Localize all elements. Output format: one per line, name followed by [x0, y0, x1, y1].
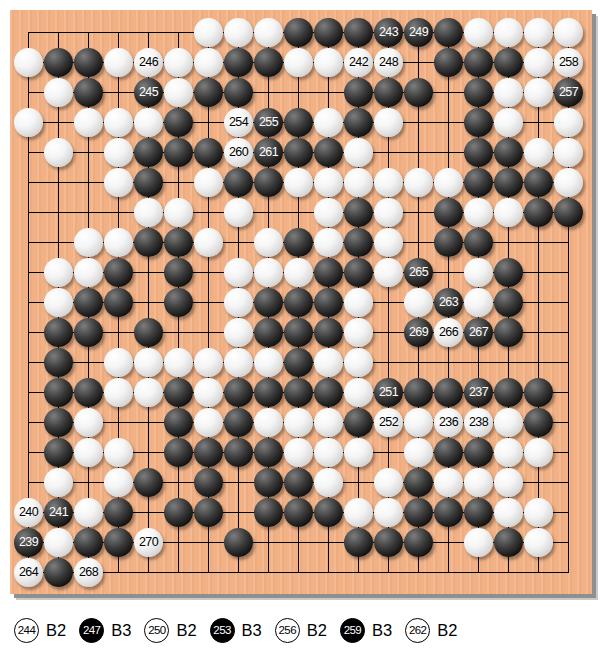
- stone-black: [224, 168, 253, 197]
- stone-black: [314, 498, 343, 527]
- stone-white: [254, 258, 283, 287]
- stone-white: [344, 318, 373, 347]
- caption-stone-black: 259: [340, 618, 365, 643]
- stone-black: [314, 288, 343, 317]
- stone-black: [404, 78, 433, 107]
- move-number: 246: [139, 56, 158, 69]
- stone-white: [194, 348, 223, 377]
- stone-white: [494, 198, 523, 227]
- stone-black: [164, 498, 193, 527]
- stone-white: [314, 108, 343, 137]
- move-number: 240: [19, 506, 38, 519]
- stone-white: [44, 138, 73, 167]
- move-number: 245: [139, 86, 158, 99]
- stone-white: [194, 168, 223, 197]
- stone-white: [74, 228, 103, 257]
- stone-black: 251: [374, 378, 403, 407]
- caption-coordinate-label: B3: [242, 621, 262, 640]
- stone-black: [134, 168, 163, 197]
- caption-coordinate-label: B2: [46, 621, 66, 640]
- stone-black: [44, 558, 73, 587]
- stone-white: [464, 198, 493, 227]
- stone-white: [14, 108, 43, 137]
- stone-black: [314, 138, 343, 167]
- stone-black: [494, 138, 523, 167]
- stone-black: [464, 498, 493, 527]
- stone-white: [374, 108, 403, 137]
- stone-white: [254, 18, 283, 47]
- stone-black: [284, 288, 313, 317]
- stone-white: [14, 48, 43, 77]
- stone-black: [44, 408, 73, 437]
- move-caption: 244B2247B3250B2253B3256B2259B3262B2: [14, 612, 470, 648]
- stone-black: 239: [14, 528, 43, 557]
- stone-white: [104, 348, 133, 377]
- stone-black: [344, 198, 373, 227]
- move-number: 257: [559, 86, 578, 99]
- stone-black: [104, 288, 133, 317]
- move-number: 258: [559, 56, 578, 69]
- stone-black: [224, 528, 253, 557]
- stone-white: [494, 18, 523, 47]
- stone-white: [44, 78, 73, 107]
- stone-white: [464, 468, 493, 497]
- grid-line-vertical: [538, 32, 539, 573]
- stone-white: [464, 528, 493, 557]
- stone-black: [74, 288, 103, 317]
- stone-white: [104, 228, 133, 257]
- stone-black: [254, 288, 283, 317]
- stone-black: [524, 198, 553, 227]
- move-number: 238: [469, 416, 488, 429]
- stone-white: 240: [14, 498, 43, 527]
- stone-white: [494, 78, 523, 107]
- stone-black: [254, 438, 283, 467]
- stone-white: [314, 48, 343, 77]
- stone-black: [434, 228, 463, 257]
- move-number: 267: [469, 326, 488, 339]
- stone-black: [314, 18, 343, 47]
- stone-white: [134, 108, 163, 137]
- stone-black: [524, 378, 553, 407]
- stone-black: [164, 378, 193, 407]
- stone-white: [374, 228, 403, 257]
- stone-black: [224, 438, 253, 467]
- stone-white: [374, 258, 403, 287]
- stone-black: [464, 438, 493, 467]
- caption-coordinate-label: B2: [437, 621, 457, 640]
- move-number: 249: [409, 26, 428, 39]
- stone-black: [314, 318, 343, 347]
- move-number: 265: [409, 266, 428, 279]
- stone-white: [44, 528, 73, 557]
- stone-black: [434, 378, 463, 407]
- stone-white: 242: [344, 48, 373, 77]
- stone-white: [524, 498, 553, 527]
- move-number: 242: [349, 56, 368, 69]
- stone-white: [224, 318, 253, 347]
- stone-white: [434, 468, 463, 497]
- stone-black: [164, 108, 193, 137]
- stone-white: [254, 408, 283, 437]
- caption-move-item: 262B2: [405, 618, 457, 643]
- stone-black: [344, 528, 373, 557]
- stone-black: [494, 168, 523, 197]
- stone-black: [44, 438, 73, 467]
- stone-white: 260: [224, 138, 253, 167]
- stone-white: [44, 288, 73, 317]
- move-number: 255: [259, 116, 278, 129]
- stone-white: [494, 468, 523, 497]
- stone-black: [254, 48, 283, 77]
- stone-white: [224, 18, 253, 47]
- stone-white: [314, 408, 343, 437]
- move-number: 269: [409, 326, 428, 339]
- stone-white: [494, 408, 523, 437]
- stone-white: [314, 348, 343, 377]
- stone-black: [494, 288, 523, 317]
- stone-black: [224, 78, 253, 107]
- stone-white: [224, 258, 253, 287]
- stone-white: [494, 108, 523, 137]
- stone-white: [344, 438, 373, 467]
- stone-black: [134, 468, 163, 497]
- caption-stone-white: 262: [405, 618, 430, 643]
- stone-black: [194, 78, 223, 107]
- stone-black: [494, 48, 523, 77]
- move-number: 243: [379, 26, 398, 39]
- stone-black: [284, 498, 313, 527]
- stone-black: [524, 408, 553, 437]
- stone-white: [314, 228, 343, 257]
- stone-black: [284, 18, 313, 47]
- stone-black: [104, 498, 133, 527]
- stone-white: [434, 168, 463, 197]
- stone-white: 252: [374, 408, 403, 437]
- stone-black: [224, 378, 253, 407]
- caption-move-item: 250B2: [144, 618, 196, 643]
- stone-black: 269: [404, 318, 433, 347]
- move-number: 264: [19, 566, 38, 579]
- stone-black: [134, 228, 163, 257]
- stone-white: 236: [434, 408, 463, 437]
- stone-white: 268: [74, 558, 103, 587]
- move-number: 252: [379, 416, 398, 429]
- stone-black: [554, 198, 583, 227]
- stone-black: [194, 138, 223, 167]
- caption-stone-white: 250: [144, 618, 169, 643]
- stone-black: [224, 48, 253, 77]
- stone-black: [74, 528, 103, 557]
- stone-black: [464, 228, 493, 257]
- stone-black: [224, 408, 253, 437]
- stone-black: [494, 258, 523, 287]
- stone-white: [134, 348, 163, 377]
- stone-black: [134, 318, 163, 347]
- stone-white: [464, 258, 493, 287]
- stone-white: [254, 348, 283, 377]
- stone-black: [194, 498, 223, 527]
- stone-black: [44, 348, 73, 377]
- stone-black: [434, 18, 463, 47]
- stone-black: [314, 258, 343, 287]
- stone-white: [344, 498, 373, 527]
- stone-black: [494, 318, 523, 347]
- stone-black: [434, 438, 463, 467]
- stone-black: [344, 18, 373, 47]
- stone-white: [74, 498, 103, 527]
- caption-stone-white: 256: [275, 618, 300, 643]
- stone-black: [374, 78, 403, 107]
- stone-white: [224, 348, 253, 377]
- stone-white: [254, 228, 283, 257]
- stone-white: [104, 438, 133, 467]
- stone-black: [284, 228, 313, 257]
- stone-white: 254: [224, 108, 253, 137]
- stone-black: 245: [134, 78, 163, 107]
- stone-black: 241: [44, 498, 73, 527]
- stone-white: [104, 378, 133, 407]
- stone-black: [464, 78, 493, 107]
- move-number: 236: [439, 416, 458, 429]
- stone-black: [284, 138, 313, 167]
- stone-white: [194, 228, 223, 257]
- grid-line-horizontal: [28, 572, 569, 573]
- stone-white: [284, 258, 313, 287]
- caption-move-item: 247B3: [79, 618, 131, 643]
- caption-move-item: 244B2: [14, 618, 66, 643]
- stone-black: [344, 78, 373, 107]
- stone-white: [104, 138, 133, 167]
- stone-white: [494, 438, 523, 467]
- stone-white: [374, 198, 403, 227]
- stone-black: [404, 468, 433, 497]
- move-number: 260: [229, 146, 248, 159]
- stone-black: [194, 468, 223, 497]
- stone-black: [164, 438, 193, 467]
- stone-black: [314, 378, 343, 407]
- stone-white: [374, 498, 403, 527]
- stone-black: 263: [434, 288, 463, 317]
- stone-white: [554, 168, 583, 197]
- caption-stone-black: 253: [210, 618, 235, 643]
- stone-white: [314, 468, 343, 497]
- stone-white: [194, 378, 223, 407]
- stone-white: [344, 168, 373, 197]
- move-number: 241: [49, 506, 68, 519]
- stone-white: [284, 168, 313, 197]
- move-number: 270: [139, 536, 158, 549]
- stone-white: [554, 18, 583, 47]
- stone-black: [74, 48, 103, 77]
- stone-white: [314, 168, 343, 197]
- stone-black: [44, 378, 73, 407]
- stone-white: [374, 168, 403, 197]
- stone-black: [434, 198, 463, 227]
- stone-white: [74, 408, 103, 437]
- stone-white: [44, 258, 73, 287]
- stone-white: [224, 198, 253, 227]
- stone-white: [554, 138, 583, 167]
- stone-white: [104, 108, 133, 137]
- stone-black: [164, 258, 193, 287]
- stone-black: 257: [554, 78, 583, 107]
- stone-white: 270: [134, 528, 163, 557]
- stone-black: [284, 348, 313, 377]
- stone-white: [524, 528, 553, 557]
- stone-white: [524, 78, 553, 107]
- move-number: 266: [439, 326, 458, 339]
- stone-black: 255: [254, 108, 283, 137]
- caption-stone-white: 244: [14, 618, 39, 643]
- stone-black: [164, 138, 193, 167]
- stone-black: [104, 528, 133, 557]
- stone-white: [104, 168, 133, 197]
- stone-white: [194, 408, 223, 437]
- stone-black: 249: [404, 18, 433, 47]
- stone-white: [164, 78, 193, 107]
- stone-black: [284, 318, 313, 347]
- stone-black: [464, 138, 493, 167]
- move-number: 237: [469, 386, 488, 399]
- stone-black: [254, 468, 283, 497]
- stone-white: [164, 348, 193, 377]
- stone-black: [344, 408, 373, 437]
- stone-white: [164, 198, 193, 227]
- stone-white: [74, 438, 103, 467]
- stone-black: [284, 378, 313, 407]
- stone-white: [194, 18, 223, 47]
- stone-black: 243: [374, 18, 403, 47]
- caption-coordinate-label: B2: [307, 621, 327, 640]
- stone-black: [344, 108, 373, 137]
- stone-white: [314, 198, 343, 227]
- stone-white: [404, 408, 433, 437]
- stone-black: [464, 108, 493, 137]
- stone-white: [284, 48, 313, 77]
- caption-coordinate-label: B3: [111, 621, 131, 640]
- move-number: 248: [379, 56, 398, 69]
- stone-white: [464, 288, 493, 317]
- stone-white: [104, 48, 133, 77]
- stone-white: [104, 468, 133, 497]
- stone-black: [254, 168, 283, 197]
- stone-black: [284, 108, 313, 137]
- stone-white: [344, 138, 373, 167]
- stone-black: 265: [404, 258, 433, 287]
- stone-white: 258: [554, 48, 583, 77]
- stone-black: [374, 528, 403, 557]
- stone-black: [134, 138, 163, 167]
- stone-white: [524, 18, 553, 47]
- stone-black: [74, 318, 103, 347]
- stone-black: [254, 498, 283, 527]
- stone-white: [164, 48, 193, 77]
- stone-white: 248: [374, 48, 403, 77]
- stone-black: [464, 168, 493, 197]
- stone-black: [254, 318, 283, 347]
- stone-white: [44, 468, 73, 497]
- stone-black: [404, 498, 433, 527]
- caption-move-item: 253B3: [210, 618, 262, 643]
- stone-white: [554, 108, 583, 137]
- stone-black: 261: [254, 138, 283, 167]
- stone-white: [524, 48, 553, 77]
- stone-black: [194, 438, 223, 467]
- stone-black: [464, 48, 493, 77]
- stone-white: [74, 108, 103, 137]
- stone-white: [524, 438, 553, 467]
- move-number: 254: [229, 116, 248, 129]
- stone-black: [44, 318, 73, 347]
- stone-white: [74, 258, 103, 287]
- caption-move-item: 256B2: [275, 618, 327, 643]
- stone-white: 246: [134, 48, 163, 77]
- move-number: 261: [259, 146, 278, 159]
- stone-white: [344, 348, 373, 377]
- stone-white: 266: [434, 318, 463, 347]
- stone-white: [284, 408, 313, 437]
- stone-black: [404, 528, 433, 557]
- stone-white: [374, 468, 403, 497]
- stone-black: [404, 378, 433, 407]
- stone-black: 237: [464, 378, 493, 407]
- stone-white: [224, 288, 253, 317]
- stone-black: [74, 78, 103, 107]
- caption-coordinate-label: B2: [176, 621, 196, 640]
- move-number: 263: [439, 296, 458, 309]
- stone-white: [404, 288, 433, 317]
- stone-white: [344, 288, 373, 317]
- stone-white: [404, 168, 433, 197]
- stone-white: [194, 48, 223, 77]
- move-number: 268: [79, 566, 98, 579]
- stone-white: [134, 198, 163, 227]
- go-diagram-page: 2432492462422482582452572542552602612652…: [0, 0, 600, 659]
- stone-black: [44, 48, 73, 77]
- stone-black: [524, 168, 553, 197]
- stone-black: [494, 528, 523, 557]
- stone-black: [434, 498, 463, 527]
- stone-white: [284, 438, 313, 467]
- stone-white: 264: [14, 558, 43, 587]
- stone-black: [254, 378, 283, 407]
- stone-white: [344, 378, 373, 407]
- move-number: 239: [19, 536, 38, 549]
- stone-white: [314, 438, 343, 467]
- stone-black: [164, 408, 193, 437]
- stone-black: 267: [464, 318, 493, 347]
- stone-black: [164, 228, 193, 257]
- stone-white: [404, 438, 433, 467]
- go-board[interactable]: 2432492462422482582452572542552602612652…: [10, 10, 592, 594]
- stone-black: [74, 378, 103, 407]
- stone-black: [494, 378, 523, 407]
- stone-black: [104, 258, 133, 287]
- stone-white: 238: [464, 408, 493, 437]
- stone-white: [494, 498, 523, 527]
- stone-black: [284, 468, 313, 497]
- stone-white: [464, 18, 493, 47]
- stone-white: [524, 138, 553, 167]
- stone-black: [434, 48, 463, 77]
- caption-stone-black: 247: [79, 618, 104, 643]
- caption-move-item: 259B3: [340, 618, 392, 643]
- move-number: 251: [379, 386, 398, 399]
- caption-coordinate-label: B3: [372, 621, 392, 640]
- stone-black: [344, 228, 373, 257]
- stone-white: [134, 378, 163, 407]
